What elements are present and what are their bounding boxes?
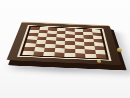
square (85, 53, 96, 58)
brass-hinge-icon (97, 60, 102, 64)
square (54, 52, 65, 57)
board-grid (22, 27, 106, 59)
square (43, 52, 54, 57)
square (95, 54, 106, 59)
square (75, 53, 86, 58)
square (64, 53, 75, 58)
photo-scene (0, 0, 130, 98)
chess-board (6, 23, 121, 66)
board-inlay-line (17, 25, 111, 61)
